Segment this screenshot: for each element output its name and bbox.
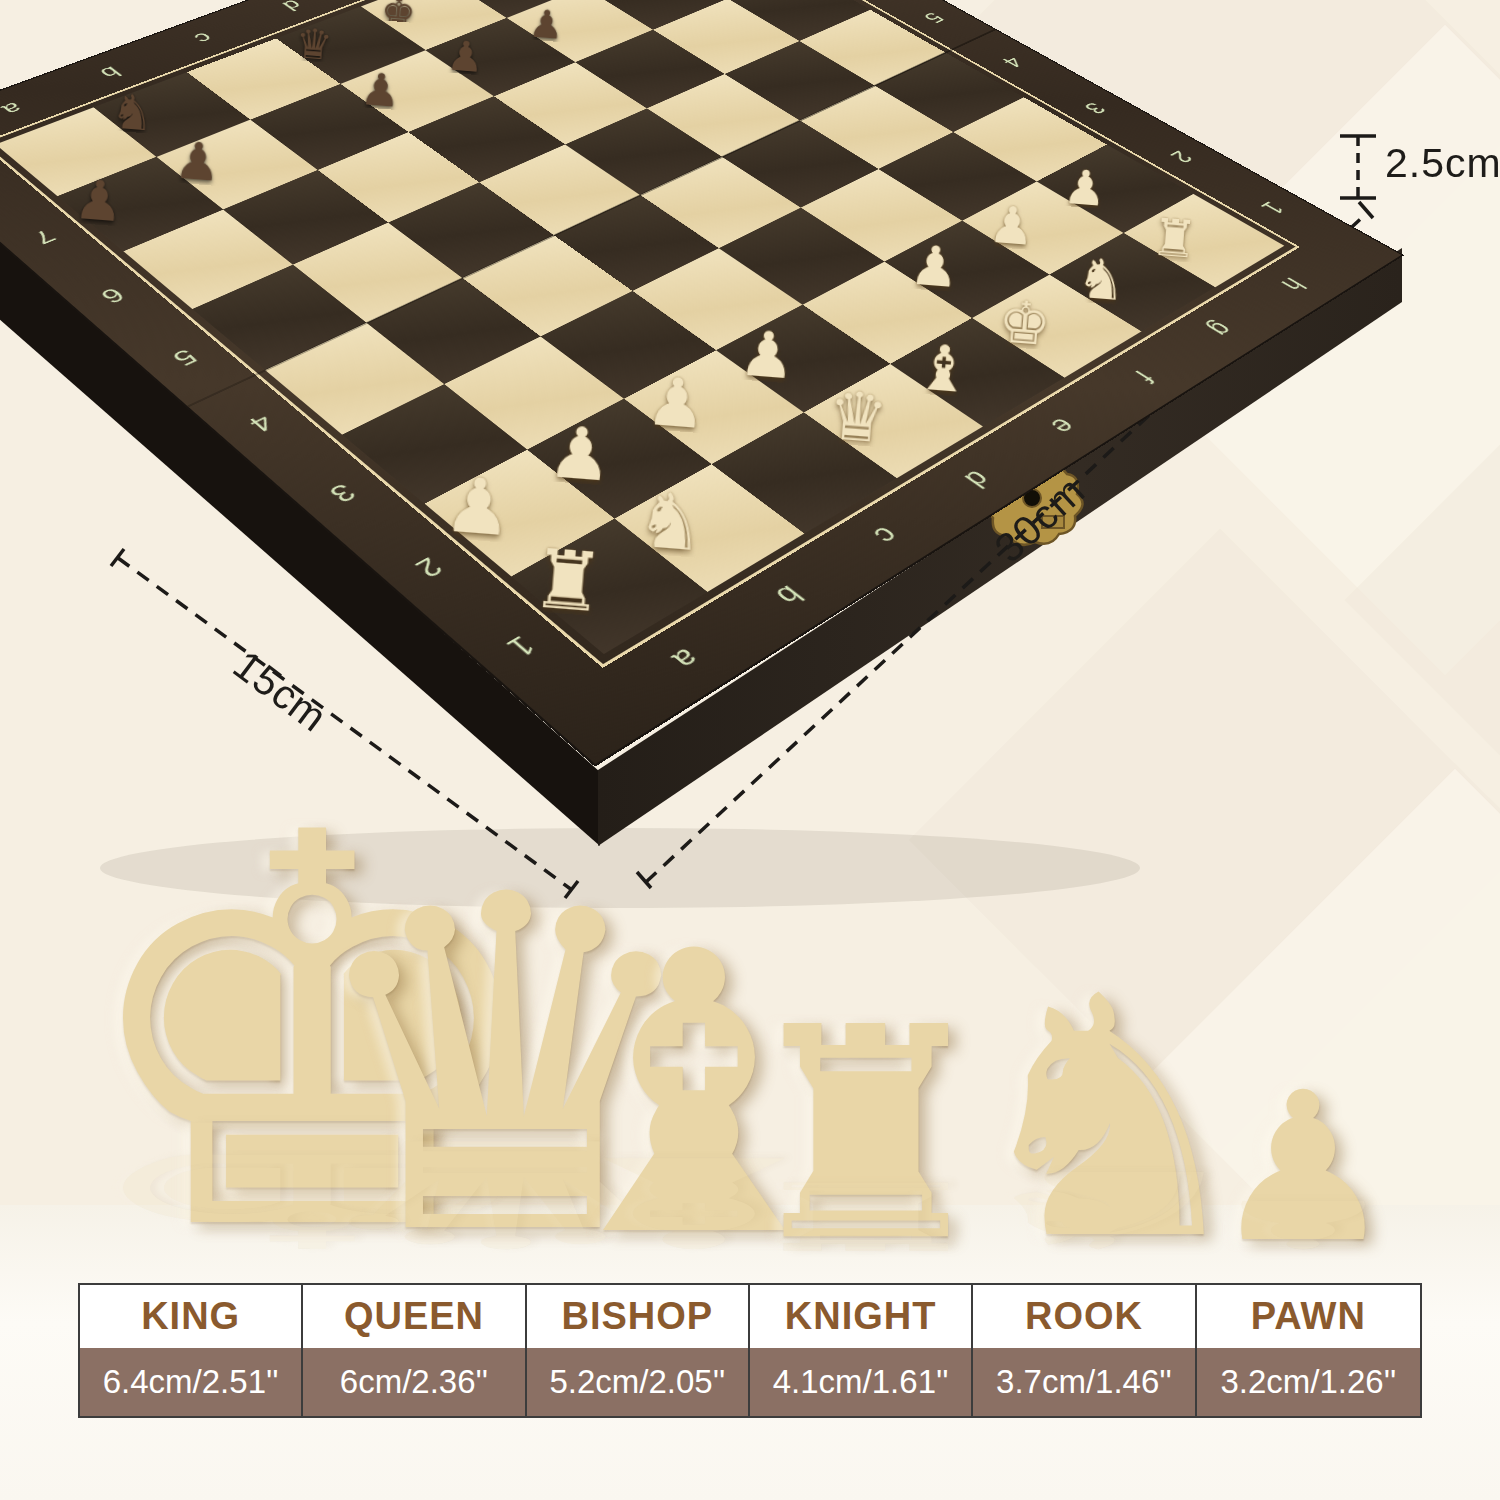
table-header-queen: QUEEN [303, 1285, 526, 1348]
table-header-rook: ROOK [973, 1285, 1196, 1348]
table-value-queen: 6cm/2.36'' [303, 1348, 526, 1416]
dimension-line-thickness [1340, 136, 1376, 198]
table-header-king: KING [80, 1285, 303, 1348]
black-piece-a7: ♟ [72, 172, 125, 230]
table-value-knight: 4.1cm/1.61'' [750, 1348, 973, 1416]
black-piece-e7: ♟ [445, 35, 485, 79]
table-header-bishop: BISHOP [527, 1285, 750, 1348]
piece-size-table: KING QUEEN BISHOP KNIGHT ROOK PAWN 6.4cm… [78, 1283, 1422, 1418]
square-d5 [479, 144, 640, 235]
white-piece-f1: ♚ [996, 292, 1053, 355]
black-piece-b8: ♞ [109, 87, 155, 138]
white-piece-a2: ♟ [441, 467, 515, 548]
table-value-rook: 3.7cm/1.46'' [973, 1348, 1196, 1416]
thickness-label: 2.5cm [1385, 140, 1500, 187]
white-piece-c2: ♟ [644, 367, 709, 438]
table-header-pawn: PAWN [1197, 1285, 1420, 1348]
white-piece-h1: ♜ [1150, 212, 1200, 267]
board-shadow [100, 828, 1140, 908]
table-value-bishop: 5.2cm/2.05'' [527, 1348, 750, 1416]
table-value-pawn: 3.2cm/1.26'' [1197, 1348, 1420, 1416]
table-value-king: 6.4cm/2.51'' [80, 1348, 303, 1416]
table-header-knight: KNIGHT [750, 1285, 973, 1348]
